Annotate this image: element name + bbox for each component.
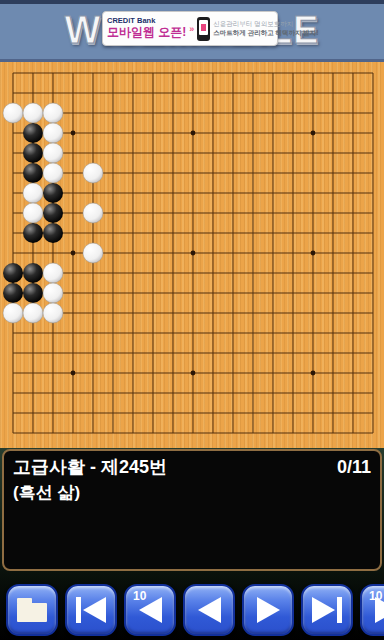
lower-section: 고급사활 - 제245번 0/11 (흑선 삶) 10 bbox=[0, 448, 384, 640]
banner-ad[interactable]: CREDiT Bank 모바일웹 오픈! » 신용관리부터 명의보호까지 스마트… bbox=[102, 11, 278, 46]
ad-text-line2: 스마트하게 관리하고 혜택까지 받자! bbox=[213, 29, 318, 37]
ad-headline: 모바일웹 오픈! bbox=[107, 26, 186, 40]
move-progress: 0/11 bbox=[337, 457, 371, 478]
ad-left-column: CREDiT Bank 모바일웹 오픈! bbox=[107, 17, 186, 39]
go-board-grid bbox=[0, 62, 384, 448]
problem-title: 고급사활 - 제245번 bbox=[13, 455, 167, 479]
forward-icon bbox=[257, 597, 280, 623]
folder-icon bbox=[17, 598, 47, 622]
back-10-button[interactable]: 10 bbox=[124, 584, 176, 636]
navigation-toolbar: 10 10 bbox=[0, 576, 384, 640]
app-screen: WISEMOBILE CREDiT Bank 모바일웹 오픈! » 신용관리부터… bbox=[0, 0, 384, 640]
banner-top-strip bbox=[0, 0, 384, 4]
open-file-button[interactable] bbox=[6, 584, 58, 636]
back-icon bbox=[198, 597, 221, 623]
forward-10-button[interactable]: 10 bbox=[360, 584, 384, 636]
ad-right-column: 신용관리부터 명의보호까지 스마트하게 관리하고 혜택까지 받자! bbox=[213, 20, 318, 37]
back-1-button[interactable] bbox=[183, 584, 235, 636]
skip-forward-icon bbox=[312, 597, 342, 623]
skip-back-icon bbox=[76, 597, 106, 623]
top-banner: WISEMOBILE CREDiT Bank 모바일웹 오픈! » 신용관리부터… bbox=[0, 0, 384, 62]
go-to-end-button[interactable] bbox=[301, 584, 353, 636]
problem-subtitle: (흑선 삶) bbox=[13, 481, 371, 504]
go-board[interactable] bbox=[0, 62, 384, 448]
ad-text-line1: 신용관리부터 명의보호까지 bbox=[213, 20, 318, 28]
forward-10-label: 10 bbox=[369, 589, 382, 603]
forward-1-button[interactable] bbox=[242, 584, 294, 636]
ad-arrow-icon: » bbox=[189, 24, 194, 34]
phone-icon bbox=[197, 17, 210, 41]
back-10-label: 10 bbox=[133, 589, 146, 603]
problem-panel: 고급사활 - 제245번 0/11 (흑선 삶) bbox=[2, 449, 382, 571]
go-to-start-button[interactable] bbox=[65, 584, 117, 636]
